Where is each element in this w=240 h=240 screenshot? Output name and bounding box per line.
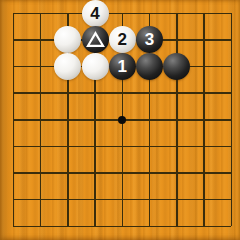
stone-black-triangle-mark [82,26,109,53]
move-number-label: 4 [90,4,99,21]
stone-white-move-4: 4 [82,0,109,27]
stone-white [54,26,81,53]
grid-line-vertical-8 [231,13,233,226]
stone-black-move-3: 3 [136,26,163,53]
grid-line-horizontal-6 [13,172,231,174]
grid-line-vertical-7 [203,13,205,226]
stone-black [163,53,190,80]
go-diagram: 4231 [0,0,240,240]
grid-line-horizontal-8 [13,226,231,228]
stone-black [136,53,163,80]
move-number-label: 3 [145,31,154,48]
stone-white [82,53,109,80]
grid-line-horizontal-7 [13,199,231,201]
grid-line-vertical-6 [176,13,178,226]
triangle-mark-icon [86,31,105,48]
hoshi-point [118,116,126,124]
stone-white-move-2: 2 [109,26,136,53]
move-number-label: 1 [118,58,127,75]
stone-black-move-1: 1 [109,53,136,80]
go-board[interactable]: 4231 [0,0,240,240]
move-number-label: 2 [118,31,127,48]
grid-line-horizontal-5 [13,146,231,148]
stone-white [54,53,81,80]
